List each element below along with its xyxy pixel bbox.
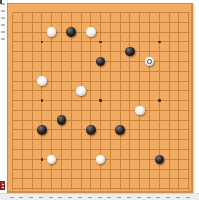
coordinate-tick xyxy=(107,197,111,199)
coordinate-tick xyxy=(117,197,121,199)
coordinate-tick xyxy=(186,197,190,199)
coordinate-tick xyxy=(49,197,53,199)
grid-line xyxy=(149,13,150,190)
sidebar-text-fragment xyxy=(1,17,5,19)
grid-line xyxy=(139,13,140,190)
coordinate-tick xyxy=(98,197,102,199)
grid-line xyxy=(178,13,179,190)
grid-line xyxy=(188,13,189,190)
grid-line xyxy=(13,51,190,52)
coordinate-tick xyxy=(166,197,170,199)
grid-line xyxy=(13,110,190,111)
grid-line xyxy=(13,90,190,91)
star-point xyxy=(99,99,101,101)
white-stone xyxy=(37,76,47,86)
coordinate-tick xyxy=(176,197,180,199)
star-point xyxy=(41,41,43,43)
bottom-coordinate-strip xyxy=(0,193,199,200)
grid-line xyxy=(90,13,91,190)
star-point xyxy=(158,41,160,43)
grid-line xyxy=(13,22,190,23)
black-stone xyxy=(115,125,125,135)
grid-line xyxy=(13,188,190,189)
black-stone xyxy=(57,115,67,125)
white-stone xyxy=(96,155,106,165)
sidebar-text-fragment xyxy=(1,24,5,26)
grid-line xyxy=(13,71,190,72)
grid-line xyxy=(22,13,23,190)
coordinate-tick xyxy=(156,197,160,199)
white-stone xyxy=(76,86,86,96)
black-stone xyxy=(37,125,47,135)
coordinate-tick xyxy=(78,197,82,199)
white-stone xyxy=(86,27,96,37)
grid-line xyxy=(81,13,82,190)
grid-line xyxy=(12,13,13,190)
grid-line xyxy=(13,169,190,170)
go-board[interactable] xyxy=(7,3,193,193)
sidebar-text-fragment xyxy=(1,10,5,12)
last-move-marker xyxy=(147,59,152,64)
black-stone xyxy=(86,125,96,135)
coordinate-tick xyxy=(137,197,141,199)
black-stone xyxy=(96,57,106,67)
corner-mark xyxy=(0,0,2,4)
coordinate-tick xyxy=(19,197,23,199)
grid-line xyxy=(13,32,190,33)
grid-line xyxy=(120,13,121,190)
grid-line xyxy=(32,13,33,190)
coordinate-tick xyxy=(58,197,62,199)
grid-line xyxy=(110,13,111,190)
grid-line xyxy=(13,139,190,140)
grid-line xyxy=(71,13,72,190)
grid-line xyxy=(13,149,190,150)
star-point xyxy=(99,41,101,43)
black-stone xyxy=(155,155,165,165)
coordinate-tick xyxy=(39,197,43,199)
sidebar-text-fragment xyxy=(1,31,5,33)
grid-line xyxy=(13,12,190,13)
grid-line xyxy=(13,120,190,121)
white-stone xyxy=(47,27,57,37)
black-stone xyxy=(125,47,135,57)
coordinate-tick xyxy=(10,197,14,199)
sidebar-text-fragment xyxy=(1,38,5,40)
coordinate-tick xyxy=(88,197,92,199)
grid-line xyxy=(129,13,130,190)
star-point xyxy=(158,99,160,101)
grid-line xyxy=(61,13,62,190)
coordinate-tick xyxy=(127,197,131,199)
black-stone xyxy=(66,27,76,37)
coordinate-tick xyxy=(147,197,151,199)
grid-line xyxy=(169,13,170,190)
red-app-icon[interactable] xyxy=(0,181,5,190)
white-stone xyxy=(47,155,57,165)
white-stone xyxy=(135,106,145,116)
coordinate-tick xyxy=(29,197,33,199)
grid-line xyxy=(13,178,190,179)
coordinate-tick xyxy=(68,197,72,199)
star-point xyxy=(41,99,43,101)
star-point xyxy=(41,158,43,160)
